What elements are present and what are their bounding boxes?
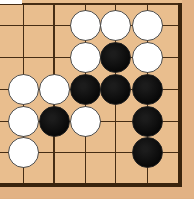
board-outside-margin-area [0, 187, 194, 199]
go-stone-white[interactable] [70, 42, 101, 73]
go-stone-white[interactable] [100, 10, 131, 41]
go-stone-black[interactable] [70, 74, 101, 105]
go-stone-white[interactable] [8, 137, 39, 168]
go-stone-black[interactable] [132, 137, 163, 168]
go-stone-white[interactable] [132, 42, 163, 73]
go-stone-black[interactable] [39, 106, 70, 137]
grid-line-horizontal-cutoff [0, 3, 182, 5]
go-stone-white[interactable] [132, 10, 163, 41]
go-stone-black[interactable] [100, 74, 131, 105]
board-outside-margin-area [182, 0, 194, 198]
go-stone-black[interactable] [100, 42, 131, 73]
screenshot-corner-artifact [0, 0, 22, 4]
go-problem-diagram [0, 0, 194, 198]
board-edge-bottom [0, 183, 182, 187]
go-stone-white[interactable] [8, 74, 39, 105]
board-edge-right [178, 3, 182, 187]
go-stone-black[interactable] [132, 74, 163, 105]
go-stone-white[interactable] [70, 10, 101, 41]
go-stone-black[interactable] [132, 106, 163, 137]
go-stone-white[interactable] [39, 74, 70, 105]
go-stone-white[interactable] [70, 106, 101, 137]
go-stone-white[interactable] [8, 106, 39, 137]
